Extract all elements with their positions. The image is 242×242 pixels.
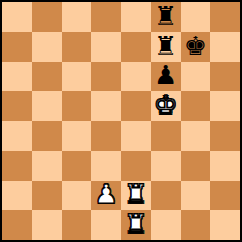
square-f5[interactable]: ♚ <box>151 91 181 121</box>
square-a7[interactable] <box>2 32 32 62</box>
board-grid: ♜♜♚♟♚♟♜♜ <box>2 2 240 240</box>
square-d5[interactable] <box>91 91 121 121</box>
square-g8[interactable] <box>181 2 211 32</box>
square-d3[interactable] <box>91 151 121 181</box>
square-f3[interactable] <box>151 151 181 181</box>
square-c6[interactable] <box>62 62 92 92</box>
square-h5[interactable] <box>210 91 240 121</box>
square-c2[interactable] <box>62 181 92 211</box>
square-e7[interactable] <box>121 32 151 62</box>
square-h8[interactable] <box>210 2 240 32</box>
black-king[interactable]: ♚ <box>184 33 207 59</box>
square-g7[interactable]: ♚ <box>181 32 211 62</box>
square-e3[interactable] <box>121 151 151 181</box>
square-f7[interactable]: ♜ <box>151 32 181 62</box>
square-g2[interactable] <box>181 181 211 211</box>
square-g6[interactable] <box>181 62 211 92</box>
square-h1[interactable] <box>210 210 240 240</box>
white-king[interactable]: ♚ <box>154 92 177 118</box>
square-d4[interactable] <box>91 121 121 151</box>
square-c7[interactable] <box>62 32 92 62</box>
square-b4[interactable] <box>32 121 62 151</box>
square-c5[interactable] <box>62 91 92 121</box>
square-a1[interactable] <box>2 210 32 240</box>
square-b3[interactable] <box>32 151 62 181</box>
black-rook[interactable]: ♜ <box>154 33 177 59</box>
square-d7[interactable] <box>91 32 121 62</box>
white-rook[interactable]: ♜ <box>124 211 147 237</box>
square-h2[interactable] <box>210 181 240 211</box>
black-rook[interactable]: ♜ <box>154 3 177 29</box>
square-d8[interactable] <box>91 2 121 32</box>
square-h3[interactable] <box>210 151 240 181</box>
square-d2[interactable]: ♟ <box>91 181 121 211</box>
square-a4[interactable] <box>2 121 32 151</box>
square-f8[interactable]: ♜ <box>151 2 181 32</box>
square-a2[interactable] <box>2 181 32 211</box>
square-f1[interactable] <box>151 210 181 240</box>
square-f6[interactable]: ♟ <box>151 62 181 92</box>
square-g5[interactable] <box>181 91 211 121</box>
square-d6[interactable] <box>91 62 121 92</box>
square-f4[interactable] <box>151 121 181 151</box>
square-g4[interactable] <box>181 121 211 151</box>
square-e5[interactable] <box>121 91 151 121</box>
square-e8[interactable] <box>121 2 151 32</box>
square-f2[interactable] <box>151 181 181 211</box>
square-b6[interactable] <box>32 62 62 92</box>
square-c4[interactable] <box>62 121 92 151</box>
square-e1[interactable]: ♜ <box>121 210 151 240</box>
square-e6[interactable] <box>121 62 151 92</box>
square-a3[interactable] <box>2 151 32 181</box>
square-a6[interactable] <box>2 62 32 92</box>
square-b8[interactable] <box>32 2 62 32</box>
white-rook[interactable]: ♜ <box>124 181 147 207</box>
square-g1[interactable] <box>181 210 211 240</box>
square-h7[interactable] <box>210 32 240 62</box>
square-c3[interactable] <box>62 151 92 181</box>
black-pawn[interactable]: ♟ <box>154 62 177 88</box>
square-b2[interactable] <box>32 181 62 211</box>
square-e4[interactable] <box>121 121 151 151</box>
square-c8[interactable] <box>62 2 92 32</box>
square-e2[interactable]: ♜ <box>121 181 151 211</box>
square-d1[interactable] <box>91 210 121 240</box>
white-pawn[interactable]: ♟ <box>94 181 117 207</box>
square-b7[interactable] <box>32 32 62 62</box>
square-c1[interactable] <box>62 210 92 240</box>
square-h6[interactable] <box>210 62 240 92</box>
square-b1[interactable] <box>32 210 62 240</box>
square-b5[interactable] <box>32 91 62 121</box>
square-a5[interactable] <box>2 91 32 121</box>
square-a8[interactable] <box>2 2 32 32</box>
chess-board: ♜♜♚♟♚♟♜♜ <box>0 0 242 242</box>
square-g3[interactable] <box>181 151 211 181</box>
square-h4[interactable] <box>210 121 240 151</box>
